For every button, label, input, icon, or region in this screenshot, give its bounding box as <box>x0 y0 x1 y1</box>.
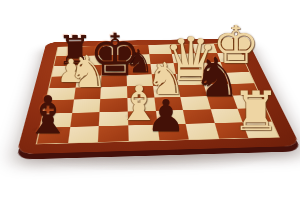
square-b3 <box>72 99 101 113</box>
piece-black-bishop-a2: ♝ <box>25 89 72 141</box>
chess-set-photo: ♚♜♞♚♛♟♞♞♞♝♜♟♝ <box>0 0 300 200</box>
piece-black-pawn-e2: ♟ <box>146 94 185 138</box>
square-b2 <box>70 112 100 127</box>
square-f1 <box>186 123 219 139</box>
square-f2 <box>183 109 214 124</box>
piece-white-knight-b5: ♞ <box>68 50 107 94</box>
piece-white-rook-h1: ♜ <box>232 85 280 139</box>
square-b1 <box>68 126 99 142</box>
